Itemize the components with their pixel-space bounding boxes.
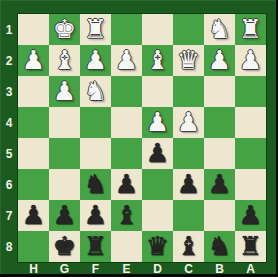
piece-black-queen: ♛ xyxy=(146,231,169,262)
square-e6[interactable]: ♟ xyxy=(111,169,142,200)
piece-white-rook: ♜ xyxy=(239,14,262,45)
file-label-h: H xyxy=(18,262,49,276)
piece-black-king: ♚ xyxy=(53,231,76,262)
square-c1[interactable] xyxy=(173,14,204,45)
square-b2[interactable]: ♟ xyxy=(204,45,235,76)
square-g1[interactable]: ♚ xyxy=(49,14,80,45)
rank-label-4: 4 xyxy=(0,107,18,138)
square-g5[interactable] xyxy=(49,138,80,169)
rank-label-2: 2 xyxy=(0,45,18,76)
square-c4[interactable]: ♟ xyxy=(173,107,204,138)
square-b8[interactable]: ♞ xyxy=(204,231,235,262)
piece-white-pawn: ♟ xyxy=(239,45,262,76)
piece-black-pawn: ♟ xyxy=(84,200,107,231)
square-h4[interactable] xyxy=(18,107,49,138)
piece-white-bishop: ♝ xyxy=(53,45,76,76)
square-e2[interactable]: ♟ xyxy=(111,45,142,76)
square-d5[interactable]: ♟ xyxy=(142,138,173,169)
piece-black-bishop: ♝ xyxy=(177,231,200,262)
square-h6[interactable] xyxy=(18,169,49,200)
piece-white-queen: ♛ xyxy=(177,45,200,76)
square-d1[interactable] xyxy=(142,14,173,45)
piece-white-pawn: ♟ xyxy=(177,107,200,138)
square-f5[interactable] xyxy=(80,138,111,169)
square-c5[interactable] xyxy=(173,138,204,169)
square-e3[interactable] xyxy=(111,76,142,107)
piece-black-knight: ♞ xyxy=(208,231,231,262)
square-f6[interactable]: ♞ xyxy=(80,169,111,200)
piece-white-king: ♚ xyxy=(53,14,76,45)
square-h7[interactable]: ♟ xyxy=(18,200,49,231)
square-c8[interactable]: ♝ xyxy=(173,231,204,262)
square-g4[interactable] xyxy=(49,107,80,138)
square-d4[interactable]: ♟ xyxy=(142,107,173,138)
square-b1[interactable]: ♞ xyxy=(204,14,235,45)
rank-label-1: 1 xyxy=(0,14,18,45)
piece-white-pawn: ♟ xyxy=(208,45,231,76)
square-h2[interactable]: ♟ xyxy=(18,45,49,76)
piece-black-pawn: ♟ xyxy=(53,200,76,231)
square-e4[interactable] xyxy=(111,107,142,138)
square-b3[interactable] xyxy=(204,76,235,107)
square-c6[interactable]: ♟ xyxy=(173,169,204,200)
square-a3[interactable] xyxy=(235,76,266,107)
square-f4[interactable] xyxy=(80,107,111,138)
square-d6[interactable] xyxy=(142,169,173,200)
square-g8[interactable]: ♚ xyxy=(49,231,80,262)
square-g7[interactable]: ♟ xyxy=(49,200,80,231)
square-e1[interactable] xyxy=(111,14,142,45)
piece-white-pawn: ♟ xyxy=(84,45,107,76)
rank-label-3: 3 xyxy=(0,76,18,107)
rank-label-5: 5 xyxy=(0,138,18,169)
file-label-a: A xyxy=(235,262,266,276)
square-d2[interactable]: ♝ xyxy=(142,45,173,76)
square-f8[interactable]: ♜ xyxy=(80,231,111,262)
square-a8[interactable]: ♜ xyxy=(235,231,266,262)
square-f1[interactable]: ♜ xyxy=(80,14,111,45)
square-b5[interactable] xyxy=(204,138,235,169)
square-e8[interactable] xyxy=(111,231,142,262)
square-a7[interactable]: ♟ xyxy=(235,200,266,231)
piece-white-pawn: ♟ xyxy=(115,45,138,76)
piece-black-pawn: ♟ xyxy=(115,169,138,200)
square-h5[interactable] xyxy=(18,138,49,169)
square-c2[interactable]: ♛ xyxy=(173,45,204,76)
piece-white-pawn: ♟ xyxy=(53,76,76,107)
square-a2[interactable]: ♟ xyxy=(235,45,266,76)
square-h8[interactable] xyxy=(18,231,49,262)
square-g3[interactable]: ♟ xyxy=(49,76,80,107)
piece-white-bishop: ♝ xyxy=(146,45,169,76)
square-h3[interactable] xyxy=(18,76,49,107)
file-label-f: F xyxy=(80,262,111,276)
square-h1[interactable] xyxy=(18,14,49,45)
square-g6[interactable] xyxy=(49,169,80,200)
piece-black-pawn: ♟ xyxy=(22,200,45,231)
square-g2[interactable]: ♝ xyxy=(49,45,80,76)
square-c7[interactable] xyxy=(173,200,204,231)
piece-black-bishop: ♝ xyxy=(115,200,138,231)
square-d7[interactable] xyxy=(142,200,173,231)
piece-black-pawn: ♟ xyxy=(239,200,262,231)
square-a1[interactable]: ♜ xyxy=(235,14,266,45)
square-a4[interactable] xyxy=(235,107,266,138)
file-label-b: B xyxy=(204,262,235,276)
piece-black-knight: ♞ xyxy=(84,169,107,200)
chess-board-frame: 12345678 ♚♜♞♜♟♝♟♟♝♛♟♟♟♞♟♟♟♞♟♟♟♟♟♟♝♟♚♜♛♝♞… xyxy=(0,0,278,277)
file-labels: HGFEDCBA xyxy=(18,262,266,276)
chess-board: ♚♜♞♜♟♝♟♟♝♛♟♟♟♞♟♟♟♞♟♟♟♟♟♟♝♟♚♜♛♝♞♜ xyxy=(18,14,266,262)
piece-black-rook: ♜ xyxy=(239,231,262,262)
square-b4[interactable] xyxy=(204,107,235,138)
square-a6[interactable] xyxy=(235,169,266,200)
rank-label-8: 8 xyxy=(0,231,18,262)
rank-label-7: 7 xyxy=(0,200,18,231)
file-label-c: C xyxy=(173,262,204,276)
piece-black-pawn: ♟ xyxy=(146,138,169,169)
file-label-d: D xyxy=(142,262,173,276)
square-e7[interactable]: ♝ xyxy=(111,200,142,231)
square-f2[interactable]: ♟ xyxy=(80,45,111,76)
piece-white-rook: ♜ xyxy=(84,14,107,45)
square-a5[interactable] xyxy=(235,138,266,169)
piece-white-knight: ♞ xyxy=(84,76,107,107)
piece-white-knight: ♞ xyxy=(208,14,231,45)
piece-black-rook: ♜ xyxy=(84,231,107,262)
piece-white-pawn: ♟ xyxy=(22,45,45,76)
square-d3[interactable] xyxy=(142,76,173,107)
square-c3[interactable] xyxy=(173,76,204,107)
square-b7[interactable] xyxy=(204,200,235,231)
file-label-g: G xyxy=(49,262,80,276)
square-f7[interactable]: ♟ xyxy=(80,200,111,231)
square-b6[interactable]: ♟ xyxy=(204,169,235,200)
square-d8[interactable]: ♛ xyxy=(142,231,173,262)
square-e5[interactable] xyxy=(111,138,142,169)
rank-label-6: 6 xyxy=(0,169,18,200)
rank-labels: 12345678 xyxy=(0,14,18,262)
file-label-e: E xyxy=(111,262,142,276)
piece-black-pawn: ♟ xyxy=(208,169,231,200)
piece-white-pawn: ♟ xyxy=(146,107,169,138)
square-f3[interactable]: ♞ xyxy=(80,76,111,107)
piece-black-pawn: ♟ xyxy=(177,169,200,200)
